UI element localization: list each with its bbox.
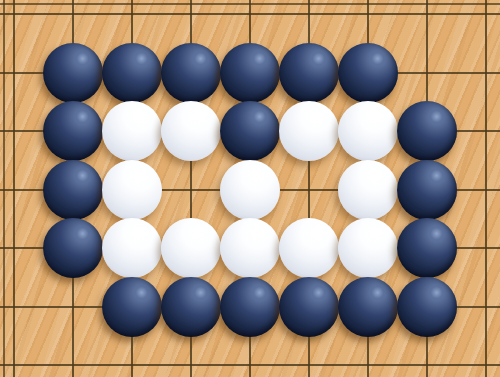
black-stone: [43, 160, 103, 220]
white-stone: [279, 101, 339, 161]
white-stone: [220, 160, 280, 220]
black-stone: [397, 101, 457, 161]
white-stone: [102, 218, 162, 278]
grid-line-horizontal: [0, 13, 500, 15]
black-stone: [43, 43, 103, 103]
black-stone: [397, 277, 457, 337]
black-stone: [279, 277, 339, 337]
white-stone: [161, 101, 221, 161]
white-stone: [279, 218, 339, 278]
white-stone: [338, 160, 398, 220]
white-stone: [338, 218, 398, 278]
black-stone: [161, 277, 221, 337]
black-stone: [43, 218, 103, 278]
go-board[interactable]: [0, 0, 500, 377]
black-stone: [43, 101, 103, 161]
white-stone: [338, 101, 398, 161]
black-stone: [338, 43, 398, 103]
black-stone: [397, 160, 457, 220]
black-stone: [102, 277, 162, 337]
black-stone: [397, 218, 457, 278]
white-stone: [220, 218, 280, 278]
go-board-screenshot: [0, 0, 500, 377]
black-stone: [279, 43, 339, 103]
white-stone: [102, 101, 162, 161]
black-stone: [220, 277, 280, 337]
black-stone: [220, 43, 280, 103]
white-stone: [161, 218, 221, 278]
black-stone: [102, 43, 162, 103]
grid-line-horizontal: [0, 364, 500, 366]
black-stone: [220, 101, 280, 161]
black-stone: [161, 43, 221, 103]
white-stone: [102, 160, 162, 220]
black-stone: [338, 277, 398, 337]
